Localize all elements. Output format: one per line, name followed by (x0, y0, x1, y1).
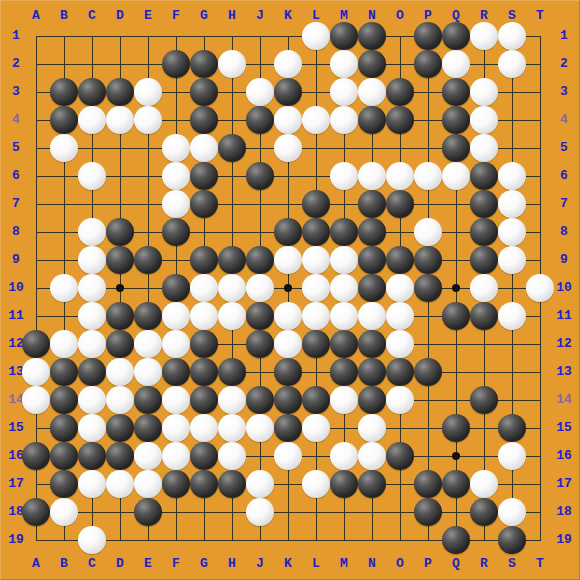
stone-black-R9[interactable] (470, 246, 498, 274)
stone-white-K12[interactable] (274, 330, 302, 358)
stone-black-N4[interactable] (358, 106, 386, 134)
stone-black-E14[interactable] (134, 386, 162, 414)
stone-white-S18[interactable] (498, 498, 526, 526)
stone-white-O14[interactable] (386, 386, 414, 414)
stone-black-B17[interactable] (50, 470, 78, 498)
stone-white-N16[interactable] (358, 442, 386, 470)
stone-white-K4[interactable] (274, 106, 302, 134)
stone-white-P6[interactable] (414, 162, 442, 190)
stone-black-K3[interactable] (274, 78, 302, 106)
stone-black-G16[interactable] (190, 442, 218, 470)
stone-white-J17[interactable] (246, 470, 274, 498)
col-label-bottom-A: A (22, 554, 50, 574)
stone-black-R6[interactable] (470, 162, 498, 190)
col-label-bottom-T: T (526, 554, 554, 574)
row-label-right-2: 2 (550, 54, 578, 74)
row-label-right-5: 5 (550, 138, 578, 158)
stone-white-Q6[interactable] (442, 162, 470, 190)
stone-black-D8[interactable] (106, 218, 134, 246)
stone-black-G7[interactable] (190, 190, 218, 218)
col-label-bottom-H: H (218, 554, 246, 574)
col-label-bottom-R: R (470, 554, 498, 574)
stone-black-L8[interactable] (302, 218, 330, 246)
stone-black-K13[interactable] (274, 358, 302, 386)
stone-black-B14[interactable] (50, 386, 78, 414)
stone-black-J12[interactable] (246, 330, 274, 358)
stone-black-N17[interactable] (358, 470, 386, 498)
stone-black-N14[interactable] (358, 386, 386, 414)
stone-black-F17[interactable] (162, 470, 190, 498)
stone-white-N3[interactable] (358, 78, 386, 106)
stone-white-D4[interactable] (106, 106, 134, 134)
stone-black-P10[interactable] (414, 274, 442, 302)
stone-white-C14[interactable] (78, 386, 106, 414)
row-label-right-15: 15 (550, 418, 578, 438)
stone-black-B13[interactable] (50, 358, 78, 386)
stone-white-M9[interactable] (330, 246, 358, 274)
stone-white-K11[interactable] (274, 302, 302, 330)
stone-white-D17[interactable] (106, 470, 134, 498)
col-label-bottom-S: S (498, 554, 526, 574)
stone-white-Q2[interactable] (442, 50, 470, 78)
stone-white-C17[interactable] (78, 470, 106, 498)
stone-black-A16[interactable] (22, 442, 50, 470)
stone-black-E15[interactable] (134, 414, 162, 442)
stone-black-D3[interactable] (106, 78, 134, 106)
col-label-bottom-N: N (358, 554, 386, 574)
stone-white-E12[interactable] (134, 330, 162, 358)
stone-white-L10[interactable] (302, 274, 330, 302)
stone-black-G13[interactable] (190, 358, 218, 386)
stone-black-R7[interactable] (470, 190, 498, 218)
stone-white-H10[interactable] (218, 274, 246, 302)
stone-white-S1[interactable] (498, 22, 526, 50)
stone-black-N12[interactable] (358, 330, 386, 358)
stone-black-L7[interactable] (302, 190, 330, 218)
stone-white-C6[interactable] (78, 162, 106, 190)
row-label-left-17: 17 (2, 474, 30, 494)
stone-white-F16[interactable] (162, 442, 190, 470)
row-label-left-19: 19 (2, 530, 30, 550)
row-label-right-16: 16 (550, 446, 578, 466)
stone-black-H17[interactable] (218, 470, 246, 498)
stone-white-D14[interactable] (106, 386, 134, 414)
stone-black-O16[interactable] (386, 442, 414, 470)
stone-black-F13[interactable] (162, 358, 190, 386)
stone-black-O3[interactable] (386, 78, 414, 106)
stone-white-R17[interactable] (470, 470, 498, 498)
stone-white-C9[interactable] (78, 246, 106, 274)
stone-black-G2[interactable] (190, 50, 218, 78)
stone-white-F7[interactable] (162, 190, 190, 218)
stone-white-R4[interactable] (470, 106, 498, 134)
stone-black-N7[interactable] (358, 190, 386, 218)
stone-black-H9[interactable] (218, 246, 246, 274)
stone-white-S7[interactable] (498, 190, 526, 218)
row-label-right-13: 13 (550, 362, 578, 382)
col-label-bottom-D: D (106, 554, 134, 574)
stone-black-P9[interactable] (414, 246, 442, 274)
stone-white-F5[interactable] (162, 134, 190, 162)
stone-white-J10[interactable] (246, 274, 274, 302)
stone-black-G9[interactable] (190, 246, 218, 274)
stone-white-H11[interactable] (218, 302, 246, 330)
row-label-left-2: 2 (2, 54, 30, 74)
stone-white-K9[interactable] (274, 246, 302, 274)
stone-white-J3[interactable] (246, 78, 274, 106)
stone-white-C11[interactable] (78, 302, 106, 330)
star-point-K10 (284, 284, 292, 292)
stone-white-N15[interactable] (358, 414, 386, 442)
stone-black-Q5[interactable] (442, 134, 470, 162)
col-label-top-T: T (526, 6, 554, 26)
stone-white-J15[interactable] (246, 414, 274, 442)
stone-white-L17[interactable] (302, 470, 330, 498)
stone-black-O4[interactable] (386, 106, 414, 134)
row-label-right-6: 6 (550, 166, 578, 186)
row-label-right-14: 14 (550, 390, 578, 410)
star-point-Q10 (452, 284, 460, 292)
col-label-bottom-L: L (302, 554, 330, 574)
star-point-Q16 (452, 452, 460, 460)
stone-white-S11[interactable] (498, 302, 526, 330)
stone-black-O13[interactable] (386, 358, 414, 386)
row-label-left-15: 15 (2, 418, 30, 438)
col-label-top-F: F (162, 6, 190, 26)
stone-white-G10[interactable] (190, 274, 218, 302)
stone-white-C12[interactable] (78, 330, 106, 358)
stone-white-S8[interactable] (498, 218, 526, 246)
row-label-left-6: 6 (2, 166, 30, 186)
stone-black-Q17[interactable] (442, 470, 470, 498)
col-label-bottom-M: M (330, 554, 358, 574)
stone-white-E17[interactable] (134, 470, 162, 498)
stone-white-A13[interactable] (22, 358, 50, 386)
row-label-left-11: 11 (2, 306, 30, 326)
stone-black-P2[interactable] (414, 50, 442, 78)
stone-white-G11[interactable] (190, 302, 218, 330)
col-label-bottom-O: O (386, 554, 414, 574)
stone-black-F2[interactable] (162, 50, 190, 78)
stone-black-C3[interactable] (78, 78, 106, 106)
stone-white-B5[interactable] (50, 134, 78, 162)
stone-black-P17[interactable] (414, 470, 442, 498)
stone-black-N10[interactable] (358, 274, 386, 302)
col-label-bottom-K: K (274, 554, 302, 574)
stone-white-F11[interactable] (162, 302, 190, 330)
stone-black-G6[interactable] (190, 162, 218, 190)
stone-black-B16[interactable] (50, 442, 78, 470)
stone-black-M1[interactable] (330, 22, 358, 50)
stone-white-O12[interactable] (386, 330, 414, 358)
stone-black-B15[interactable] (50, 414, 78, 442)
row-label-left-1: 1 (2, 26, 30, 46)
stone-black-R11[interactable] (470, 302, 498, 330)
stone-black-Q11[interactable] (442, 302, 470, 330)
stone-white-F12[interactable] (162, 330, 190, 358)
stone-white-R10[interactable] (470, 274, 498, 302)
stone-black-E9[interactable] (134, 246, 162, 274)
row-label-right-3: 3 (550, 82, 578, 102)
stone-white-R1[interactable] (470, 22, 498, 50)
stone-black-R8[interactable] (470, 218, 498, 246)
row-label-right-11: 11 (550, 306, 578, 326)
stone-black-E11[interactable] (134, 302, 162, 330)
stone-black-Q4[interactable] (442, 106, 470, 134)
stone-white-K2[interactable] (274, 50, 302, 78)
stone-white-A14[interactable] (22, 386, 50, 414)
stone-white-L9[interactable] (302, 246, 330, 274)
stone-black-B3[interactable] (50, 78, 78, 106)
stone-white-M11[interactable] (330, 302, 358, 330)
go-board[interactable]: AABBCCDDEEFFGGHHJJKKLLMMNNOOPPQQRRSSTT11… (0, 0, 580, 580)
stone-white-C15[interactable] (78, 414, 106, 442)
stone-black-N1[interactable] (358, 22, 386, 50)
stone-white-H14[interactable] (218, 386, 246, 414)
stone-white-R3[interactable] (470, 78, 498, 106)
stone-black-D16[interactable] (106, 442, 134, 470)
stone-black-N9[interactable] (358, 246, 386, 274)
stone-black-N2[interactable] (358, 50, 386, 78)
grid-line-horizontal (36, 512, 541, 513)
stone-white-F15[interactable] (162, 414, 190, 442)
stone-black-D15[interactable] (106, 414, 134, 442)
col-label-top-J: J (246, 6, 274, 26)
row-label-left-9: 9 (2, 250, 30, 270)
stone-black-P13[interactable] (414, 358, 442, 386)
row-label-right-9: 9 (550, 250, 578, 270)
stone-white-L1[interactable] (302, 22, 330, 50)
stone-black-J4[interactable] (246, 106, 274, 134)
stone-black-J11[interactable] (246, 302, 274, 330)
stone-black-F10[interactable] (162, 274, 190, 302)
stone-black-J6[interactable] (246, 162, 274, 190)
col-label-top-G: G (190, 6, 218, 26)
col-label-bottom-J: J (246, 554, 274, 574)
row-label-left-3: 3 (2, 82, 30, 102)
stone-white-B18[interactable] (50, 498, 78, 526)
stone-white-R5[interactable] (470, 134, 498, 162)
row-label-left-8: 8 (2, 222, 30, 242)
stone-black-N8[interactable] (358, 218, 386, 246)
stone-black-M17[interactable] (330, 470, 358, 498)
stone-white-S2[interactable] (498, 50, 526, 78)
stone-white-K16[interactable] (274, 442, 302, 470)
stone-white-M10[interactable] (330, 274, 358, 302)
row-label-right-10: 10 (550, 278, 578, 298)
stone-black-L12[interactable] (302, 330, 330, 358)
stone-white-C8[interactable] (78, 218, 106, 246)
col-label-bottom-G: G (190, 554, 218, 574)
stone-white-M14[interactable] (330, 386, 358, 414)
stone-white-S6[interactable] (498, 162, 526, 190)
col-label-top-B: B (50, 6, 78, 26)
stone-white-F6[interactable] (162, 162, 190, 190)
stone-black-M8[interactable] (330, 218, 358, 246)
row-label-right-4: 4 (550, 110, 578, 130)
stone-white-L15[interactable] (302, 414, 330, 442)
stone-white-M6[interactable] (330, 162, 358, 190)
col-label-bottom-Q: Q (442, 554, 470, 574)
stone-white-C10[interactable] (78, 274, 106, 302)
stone-white-G5[interactable] (190, 134, 218, 162)
stone-black-A12[interactable] (22, 330, 50, 358)
stone-white-O11[interactable] (386, 302, 414, 330)
stone-black-H13[interactable] (218, 358, 246, 386)
stone-black-G12[interactable] (190, 330, 218, 358)
stone-black-G3[interactable] (190, 78, 218, 106)
col-label-top-A: A (22, 6, 50, 26)
stone-white-E4[interactable] (134, 106, 162, 134)
stone-white-C4[interactable] (78, 106, 106, 134)
stone-black-D9[interactable] (106, 246, 134, 274)
stone-white-F14[interactable] (162, 386, 190, 414)
stone-black-S19[interactable] (498, 526, 526, 554)
col-label-top-C: C (78, 6, 106, 26)
stone-black-H5[interactable] (218, 134, 246, 162)
stone-white-S9[interactable] (498, 246, 526, 274)
row-label-right-19: 19 (550, 530, 578, 550)
stone-black-C13[interactable] (78, 358, 106, 386)
stone-white-T10[interactable] (526, 274, 554, 302)
stone-black-J14[interactable] (246, 386, 274, 414)
stone-black-O9[interactable] (386, 246, 414, 274)
stone-black-G14[interactable] (190, 386, 218, 414)
stone-black-S15[interactable] (498, 414, 526, 442)
stone-white-H15[interactable] (218, 414, 246, 442)
stone-black-K8[interactable] (274, 218, 302, 246)
col-label-top-D: D (106, 6, 134, 26)
stone-white-L4[interactable] (302, 106, 330, 134)
stone-white-K5[interactable] (274, 134, 302, 162)
stone-black-G17[interactable] (190, 470, 218, 498)
row-label-left-7: 7 (2, 194, 30, 214)
stone-black-A18[interactable] (22, 498, 50, 526)
stone-black-L14[interactable] (302, 386, 330, 414)
stone-black-N13[interactable] (358, 358, 386, 386)
stone-white-M2[interactable] (330, 50, 358, 78)
stone-white-L11[interactable] (302, 302, 330, 330)
col-label-top-H: H (218, 6, 246, 26)
stone-white-H2[interactable] (218, 50, 246, 78)
row-label-right-8: 8 (550, 222, 578, 242)
col-label-bottom-P: P (414, 554, 442, 574)
row-label-right-7: 7 (550, 194, 578, 214)
stone-black-Q3[interactable] (442, 78, 470, 106)
stone-white-J18[interactable] (246, 498, 274, 526)
stone-white-E13[interactable] (134, 358, 162, 386)
stone-black-R14[interactable] (470, 386, 498, 414)
stone-black-G4[interactable] (190, 106, 218, 134)
row-label-right-1: 1 (550, 26, 578, 46)
row-label-right-17: 17 (550, 474, 578, 494)
stone-black-D12[interactable] (106, 330, 134, 358)
stone-white-C19[interactable] (78, 526, 106, 554)
row-label-left-10: 10 (2, 278, 30, 298)
stone-white-G15[interactable] (190, 414, 218, 442)
row-label-left-5: 5 (2, 138, 30, 158)
stone-white-D13[interactable] (106, 358, 134, 386)
stone-black-Q19[interactable] (442, 526, 470, 554)
stone-black-M12[interactable] (330, 330, 358, 358)
stone-black-J9[interactable] (246, 246, 274, 274)
stone-black-P18[interactable] (414, 498, 442, 526)
row-label-right-18: 18 (550, 502, 578, 522)
star-point-D10 (116, 284, 124, 292)
stone-black-K15[interactable] (274, 414, 302, 442)
stone-white-N11[interactable] (358, 302, 386, 330)
col-label-bottom-C: C (78, 554, 106, 574)
stone-black-F8[interactable] (162, 218, 190, 246)
col-label-bottom-F: F (162, 554, 190, 574)
stone-black-K14[interactable] (274, 386, 302, 414)
stone-white-E16[interactable] (134, 442, 162, 470)
col-label-bottom-E: E (134, 554, 162, 574)
stone-black-D11[interactable] (106, 302, 134, 330)
stone-white-O10[interactable] (386, 274, 414, 302)
stone-white-E3[interactable] (134, 78, 162, 106)
stone-black-O7[interactable] (386, 190, 414, 218)
stone-black-R18[interactable] (470, 498, 498, 526)
stone-black-Q1[interactable] (442, 22, 470, 50)
stone-white-H16[interactable] (218, 442, 246, 470)
stone-black-E18[interactable] (134, 498, 162, 526)
col-label-bottom-B: B (50, 554, 78, 574)
stone-white-M3[interactable] (330, 78, 358, 106)
stone-white-O6[interactable] (386, 162, 414, 190)
col-label-top-O: O (386, 6, 414, 26)
stone-white-S16[interactable] (498, 442, 526, 470)
stone-white-M16[interactable] (330, 442, 358, 470)
row-label-left-4: 4 (2, 110, 30, 130)
stone-white-M4[interactable] (330, 106, 358, 134)
stone-black-M13[interactable] (330, 358, 358, 386)
stone-black-B4[interactable] (50, 106, 78, 134)
stone-black-P1[interactable] (414, 22, 442, 50)
stone-white-B10[interactable] (50, 274, 78, 302)
stone-white-P8[interactable] (414, 218, 442, 246)
col-label-top-K: K (274, 6, 302, 26)
col-label-top-E: E (134, 6, 162, 26)
stone-black-Q15[interactable] (442, 414, 470, 442)
stone-black-C16[interactable] (78, 442, 106, 470)
stone-white-N6[interactable] (358, 162, 386, 190)
row-label-right-12: 12 (550, 334, 578, 354)
stone-white-B12[interactable] (50, 330, 78, 358)
